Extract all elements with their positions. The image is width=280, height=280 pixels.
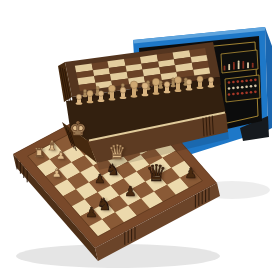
case-shapes xyxy=(0,0,280,280)
product-photo-scene: SCHACH xyxy=(0,0,280,280)
